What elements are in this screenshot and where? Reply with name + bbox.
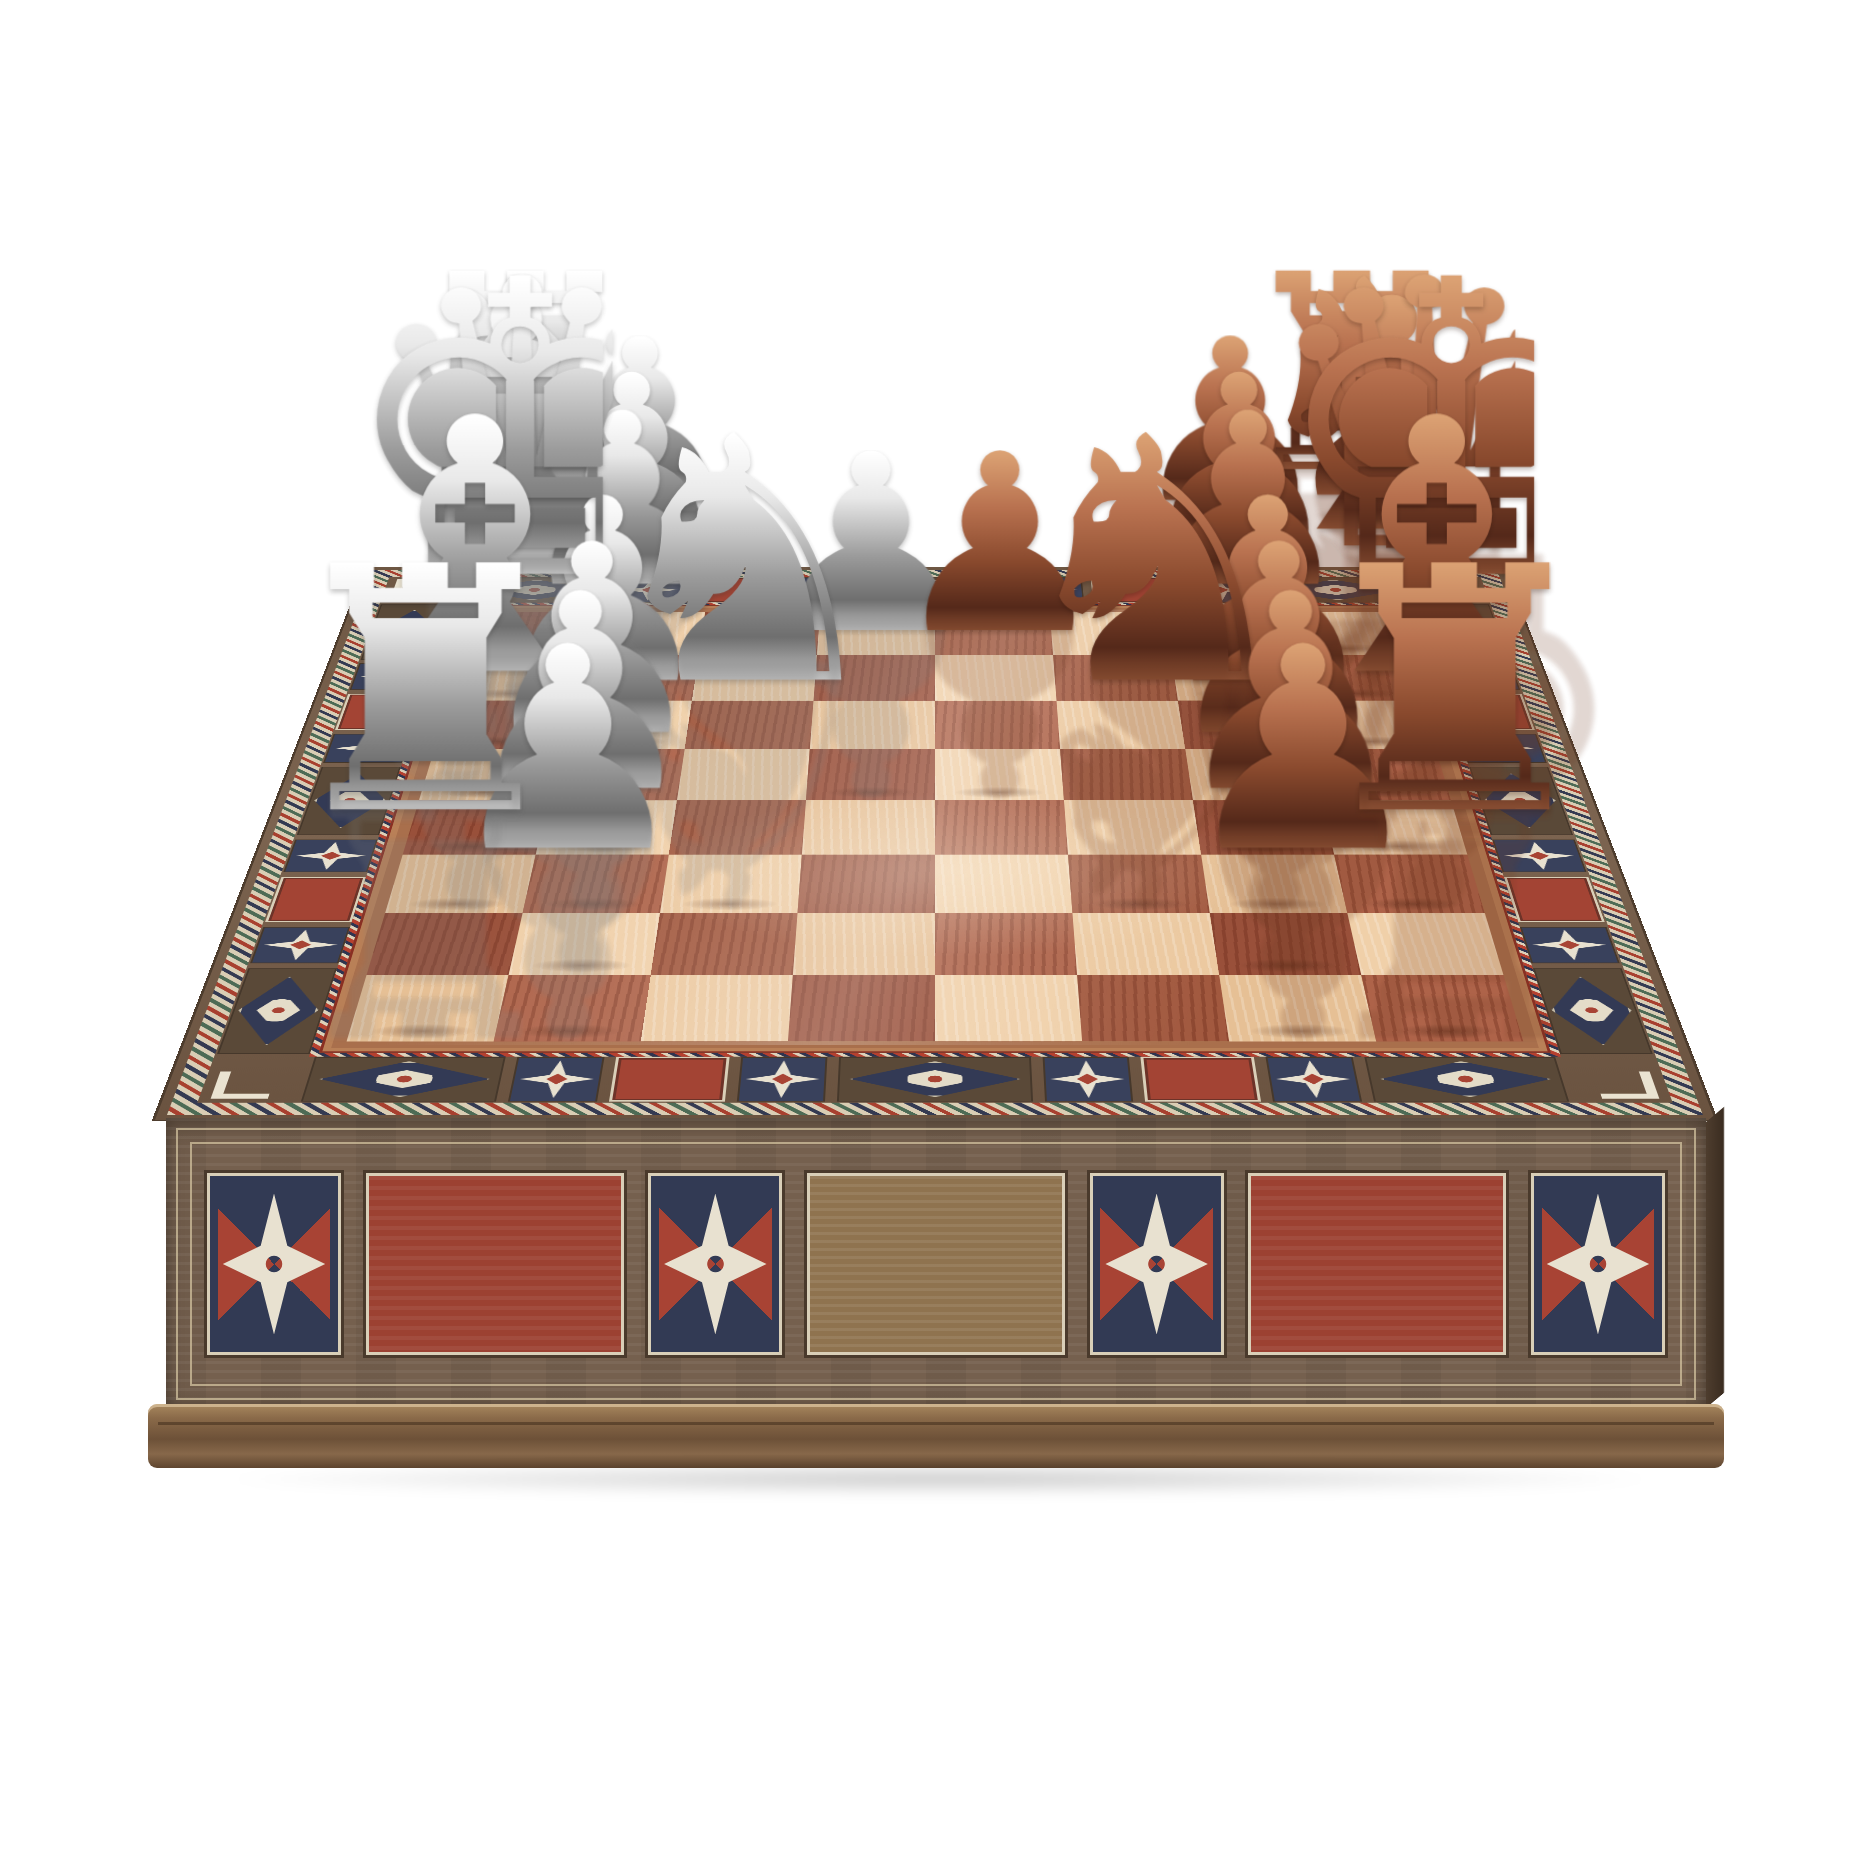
- mosaic-tile-red: [1141, 1057, 1261, 1102]
- mosaic-tile-red: [1504, 877, 1605, 922]
- mosaic-tile-star: [350, 663, 434, 690]
- square-h1[interactable]: ♜♜: [347, 975, 509, 1041]
- mosaic-tile-diamond: [1260, 577, 1413, 603]
- mosaic-tile-red: [1446, 694, 1535, 730]
- mosaic-border-front: [301, 1057, 1569, 1102]
- mosaic-tile-star: [1265, 1057, 1361, 1102]
- mosaic-tile-star: [283, 839, 378, 872]
- drop-shadow: [210, 1462, 1670, 1496]
- mosaic-tile-diamond: [837, 1057, 1033, 1102]
- mosaic-tile-red: [609, 1057, 729, 1102]
- mosaic-tile-star: [1520, 927, 1620, 963]
- front-panel-star-sq: [1534, 1176, 1662, 1352]
- corner-mark-icon: [211, 1072, 277, 1099]
- mosaic-tile-star: [1492, 839, 1587, 872]
- mosaic-tile-diamond: [457, 577, 610, 603]
- front-panel-red-rect: [1251, 1176, 1503, 1352]
- mosaic-tile-star: [1459, 734, 1547, 763]
- checkerboard-grid: ♜♜♟♟♟♟♜♜♞♞♟♟♟♟♞♞♝♝♟♟♟♟♝♝♛♛♟♟♟♟♛♛♚♚♟♟♟♟♚♚…: [347, 612, 1524, 1041]
- square-h5[interactable]: [935, 975, 1082, 1041]
- square-g4[interactable]: [793, 913, 935, 975]
- mosaic-tile-diamond: [1364, 1057, 1569, 1102]
- mosaic-tile-star: [786, 577, 854, 603]
- square-h8[interactable]: ♜♜: [1361, 975, 1523, 1041]
- mosaic-tile-star: [614, 577, 685, 603]
- box-right-side-face: [1706, 1107, 1724, 1408]
- mosaic-tile-star: [736, 1057, 827, 1102]
- mosaic-tile-star: [1185, 577, 1256, 603]
- square-h4[interactable]: [788, 975, 935, 1041]
- mosaic-tile-red: [690, 577, 780, 603]
- mosaic-tile-star: [1016, 577, 1084, 603]
- front-panel-star-sq: [651, 1176, 779, 1352]
- front-panel-wood-rect: [810, 1176, 1062, 1352]
- mosaic-tile-red: [1091, 577, 1181, 603]
- mosaic-tile-diamond: [301, 1057, 506, 1102]
- front-inlay-panels: [210, 1176, 1662, 1352]
- front-panel-red-rect: [369, 1176, 621, 1352]
- chess-set-scene: ♜♜♟♟♟♟♜♜♞♞♟♟♟♟♞♞♝♝♟♟♟♟♝♝♛♛♟♟♟♟♛♛♚♚♟♟♟♟♚♚…: [0, 0, 1875, 1875]
- front-panel-star-sq: [1093, 1176, 1221, 1352]
- mosaic-tile-star: [1042, 1057, 1133, 1102]
- mosaic-tile-star: [508, 1057, 604, 1102]
- mosaic-tile-red: [335, 694, 424, 730]
- box-front-face: [166, 1118, 1706, 1410]
- square-g5[interactable]: [935, 913, 1077, 975]
- mosaic-border-back: [457, 577, 1412, 603]
- mosaic-tile-star: [250, 927, 350, 963]
- mosaic-tile-star: [323, 734, 411, 763]
- mosaic-tile-diamond: [861, 577, 1008, 603]
- chess-board: ♜♜♟♟♟♟♜♜♞♞♟♟♟♟♞♞♝♝♟♟♟♟♝♝♛♛♟♟♟♟♛♛♚♚♟♟♟♟♚♚…: [155, 567, 1715, 1120]
- mosaic-tile-star: [1436, 663, 1520, 690]
- base-plinth: [148, 1404, 1724, 1468]
- front-panel-star-sq: [210, 1176, 338, 1352]
- mosaic-tile-red: [265, 877, 366, 922]
